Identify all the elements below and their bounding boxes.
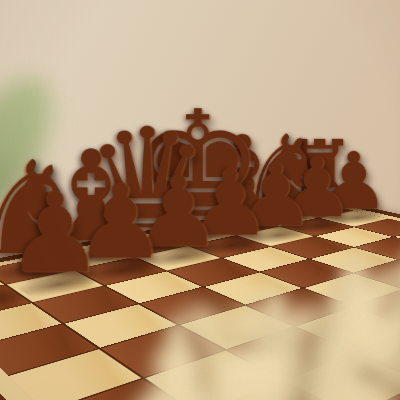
chess-board: ♜♞♝♛♚♝♞♜♟♟♟♟♟♟♟♟♟♟♟♟♟♟♟♟♜♞♝♛♚♝♞♜ [0,197,400,400]
black-pawn: ♟ [283,70,400,218]
black-rook: ♜ [253,69,387,210]
square-e6 [223,247,308,272]
chess-scene: ♜♞♝♛♚♝♞♜♟♟♟♟♟♟♟♟♟♟♟♟♟♟♟♟♜♞♝♛♚♝♞♜ [0,0,400,400]
piece-glyph: ♛ [85,113,210,245]
black-king: ♚ [120,72,275,235]
black-bishop: ♝ [5,75,178,257]
piece-glyph: ♜ [284,132,357,210]
black-knight: ♞ [213,70,353,217]
black-bishop: ♝ [169,71,316,226]
board-grid: ♜♞♝♛♚♝♞♜♟♟♟♟♟♟♟♟♟♟♟♟♟♟♟♟♜♞♝♛♚♝♞♜ [0,203,400,400]
piece-glyph: ♚ [131,95,263,235]
square-d5 [204,272,301,304]
black-queen: ♛ [65,73,229,245]
black-rook: ♜ [0,78,55,284]
black-knight: ♞ [0,76,120,270]
piece-glyph: ♝ [194,124,290,226]
piece-glyph: ♝ [35,137,148,256]
board-margin: ♜♞♝♛♚♝♞♜♟♟♟♟♟♟♟♟♟♟♟♟♟♟♟♟♜♞♝♛♚♝♞♜ [0,201,400,400]
square-c3 [227,327,351,379]
